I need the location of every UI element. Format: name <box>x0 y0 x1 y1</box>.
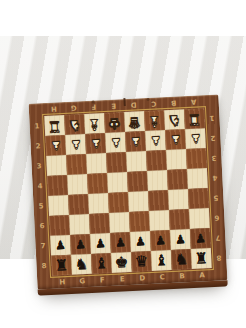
rank-label-left-4: 4 <box>32 176 48 197</box>
piece-white-pawn: ♟ <box>150 134 161 147</box>
square-c7: ♟ <box>150 230 171 251</box>
square-d7: ♟ <box>130 231 151 252</box>
square-d8: ♛ <box>131 251 152 272</box>
square-b4 <box>167 169 188 190</box>
piece-black-rook: ♜ <box>194 251 208 267</box>
square-c6 <box>149 210 170 231</box>
hinge-dot <box>146 98 149 101</box>
square-g7: ♟ <box>70 234 91 255</box>
file-label-bottom-a: A <box>192 268 213 282</box>
product-photo[interactable]: HGFEDCBA HGFEDCBA 12345678 12345678 ♜♞♝♚… <box>0 0 246 328</box>
square-f3 <box>86 153 107 174</box>
rank-label-left-6: 6 <box>34 216 50 237</box>
piece-black-king: ♚ <box>114 255 128 271</box>
square-h2: ♟ <box>45 135 66 156</box>
piece-white-knight: ♞ <box>68 117 82 133</box>
square-h4 <box>47 175 68 196</box>
square-d2: ♟ <box>125 131 146 152</box>
square-f1: ♝ <box>84 113 105 134</box>
piece-white-rook: ♜ <box>48 118 62 134</box>
piece-black-pawn: ♟ <box>155 234 166 247</box>
rank-label-right-6: 6 <box>209 207 225 228</box>
piece-black-bishop: ♝ <box>94 256 108 272</box>
piece-black-rook: ♜ <box>54 258 68 274</box>
square-e8: ♚ <box>111 252 132 273</box>
square-a2: ♟ <box>185 128 206 149</box>
hinge-dot <box>91 101 94 104</box>
square-b2: ♟ <box>165 129 186 150</box>
square-d1: ♛ <box>124 111 145 132</box>
rank-label-left-7: 7 <box>35 236 51 257</box>
file-label-bottom-c: C <box>152 270 173 284</box>
board-squares: ♜♞♝♚♛♝♞♜♟♟♟♟♟♟♟♟♟♟♟♟♟♟♟♟♜♞♝♚♛♝♞♜ <box>44 108 212 276</box>
square-d4 <box>127 171 148 192</box>
square-a5 <box>188 188 209 209</box>
square-g1: ♞ <box>64 114 85 135</box>
piece-white-bishop: ♝ <box>88 116 102 132</box>
square-a3 <box>186 148 207 169</box>
square-e4 <box>107 172 128 193</box>
file-label-top-h: H <box>44 102 65 116</box>
square-b8: ♞ <box>171 249 192 270</box>
piece-black-pawn: ♟ <box>135 235 146 248</box>
file-label-bottom-d: D <box>132 271 153 285</box>
square-f7: ♟ <box>90 233 111 254</box>
square-g2: ♟ <box>65 134 86 155</box>
square-h7: ♟ <box>50 235 71 256</box>
piece-white-bishop: ♝ <box>147 113 161 129</box>
piece-white-pawn: ♟ <box>110 136 121 149</box>
photo-backdrop: HGFEDCBA HGFEDCBA 12345678 12345678 ♜♞♝♚… <box>0 36 246 259</box>
square-f2: ♟ <box>85 133 106 154</box>
square-e7: ♟ <box>110 232 131 253</box>
rank-label-left-8: 8 <box>36 256 52 277</box>
square-c1: ♝ <box>144 110 165 131</box>
file-label-bottom-f: F <box>92 273 113 287</box>
square-g4 <box>67 174 88 195</box>
square-d6 <box>129 211 150 232</box>
rank-label-left-1: 1 <box>29 116 45 137</box>
piece-black-pawn: ♟ <box>55 239 66 252</box>
square-g6 <box>69 214 90 235</box>
piece-white-pawn: ♟ <box>130 135 141 148</box>
chess-board: HGFEDCBA HGFEDCBA 12345678 12345678 ♜♞♝♚… <box>29 94 228 289</box>
square-a7: ♟ <box>190 228 211 249</box>
square-f8: ♝ <box>91 253 112 274</box>
square-c4 <box>147 170 168 191</box>
file-label-bottom-e: E <box>112 272 133 286</box>
rank-label-left-2: 2 <box>30 136 46 157</box>
square-h1: ♜ <box>44 115 65 136</box>
rank-label-left-5: 5 <box>33 196 49 217</box>
square-a8: ♜ <box>191 248 212 269</box>
square-b7: ♟ <box>170 229 191 250</box>
piece-black-bishop: ♝ <box>154 253 168 269</box>
square-h5 <box>48 195 69 216</box>
square-e5 <box>108 192 129 213</box>
square-e2: ♟ <box>105 132 126 153</box>
piece-black-pawn: ♟ <box>195 232 206 245</box>
square-g3 <box>66 154 87 175</box>
piece-white-rook: ♜ <box>187 111 201 127</box>
rank-label-right-4: 4 <box>207 167 223 188</box>
rank-label-left-3: 3 <box>31 156 47 177</box>
file-label-bottom-h: H <box>52 275 73 289</box>
piece-white-king: ♚ <box>107 115 121 131</box>
file-label-bottom-g: G <box>72 274 93 288</box>
piece-black-pawn: ♟ <box>75 238 86 251</box>
piece-white-queen: ♛ <box>127 114 141 130</box>
piece-white-pawn: ♟ <box>50 139 61 152</box>
square-f6 <box>89 213 110 234</box>
square-c5 <box>148 190 169 211</box>
rank-label-right-8: 8 <box>211 247 227 268</box>
piece-black-pawn: ♟ <box>175 233 186 246</box>
square-d3 <box>126 151 147 172</box>
square-c3 <box>146 150 167 171</box>
square-h6 <box>49 215 70 236</box>
piece-white-pawn: ♟ <box>190 132 201 145</box>
file-label-top-b: B <box>163 96 184 110</box>
square-e1: ♚ <box>104 112 125 133</box>
piece-white-pawn: ♟ <box>70 138 81 151</box>
rank-label-right-1: 1 <box>204 107 220 128</box>
square-c8: ♝ <box>151 250 172 271</box>
square-h3 <box>46 155 67 176</box>
square-d5 <box>128 191 149 212</box>
square-g5 <box>68 194 89 215</box>
file-label-top-d: D <box>123 98 144 112</box>
piece-black-pawn: ♟ <box>95 237 106 250</box>
rank-label-right-7: 7 <box>210 227 226 248</box>
square-f5 <box>88 193 109 214</box>
square-e3 <box>106 152 127 173</box>
piece-black-queen: ♛ <box>134 254 148 270</box>
piece-white-pawn: ♟ <box>170 133 181 146</box>
rank-label-right-2: 2 <box>205 127 221 148</box>
square-c2: ♟ <box>145 130 166 151</box>
clasp-mark <box>123 98 125 106</box>
square-b5 <box>168 189 189 210</box>
square-h8: ♜ <box>51 255 72 276</box>
file-label-top-a: A <box>183 95 204 109</box>
piece-black-pawn: ♟ <box>115 236 126 249</box>
file-label-top-g: G <box>64 101 85 115</box>
square-a4 <box>187 168 208 189</box>
square-e6 <box>109 212 130 233</box>
square-b6 <box>169 209 190 230</box>
file-label-top-e: E <box>103 99 124 113</box>
file-label-bottom-b: B <box>172 269 193 283</box>
square-a6 <box>189 208 210 229</box>
square-a1: ♜ <box>184 108 205 129</box>
piece-black-knight: ♞ <box>174 252 188 268</box>
rank-label-right-3: 3 <box>206 147 222 168</box>
square-g8: ♞ <box>71 254 92 275</box>
square-f4 <box>87 173 108 194</box>
square-b1: ♞ <box>164 109 185 130</box>
piece-white-pawn: ♟ <box>90 137 101 150</box>
rank-label-right-5: 5 <box>208 187 224 208</box>
piece-white-knight: ♞ <box>167 112 181 128</box>
piece-black-knight: ♞ <box>74 257 88 273</box>
square-b3 <box>166 149 187 170</box>
